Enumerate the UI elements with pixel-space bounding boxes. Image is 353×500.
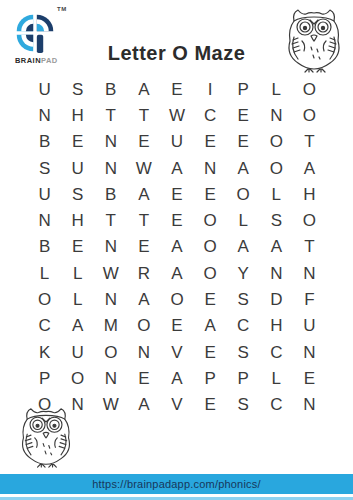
grid-cell[interactable]: A bbox=[260, 234, 293, 260]
grid-cell[interactable]: Y bbox=[227, 260, 260, 286]
grid-cell[interactable]: L bbox=[28, 260, 61, 286]
grid-cell[interactable]: E bbox=[127, 234, 160, 260]
grid-cell[interactable]: E bbox=[127, 365, 160, 391]
grid-cell[interactable]: T bbox=[127, 208, 160, 234]
grid-cell[interactable]: U bbox=[61, 339, 94, 365]
grid-cell[interactable]: W bbox=[94, 260, 127, 286]
grid-cell[interactable]: A bbox=[227, 234, 260, 260]
grid-cell[interactable]: O bbox=[194, 260, 227, 286]
grid-cell[interactable]: N bbox=[260, 260, 293, 286]
grid-cell[interactable]: N bbox=[94, 155, 127, 181]
grid-cell[interactable]: N bbox=[293, 339, 326, 365]
trademark-label: TM bbox=[57, 6, 67, 12]
grid-cell[interactable]: T bbox=[94, 208, 127, 234]
grid-cell[interactable]: E bbox=[194, 181, 227, 207]
grid-cell[interactable]: A bbox=[127, 76, 160, 102]
grid-cell[interactable]: A bbox=[293, 155, 326, 181]
grid-cell[interactable]: T bbox=[293, 234, 326, 260]
grid-cell[interactable]: L bbox=[227, 208, 260, 234]
grid-cell[interactable]: C bbox=[227, 313, 260, 339]
grid-cell[interactable]: H bbox=[260, 313, 293, 339]
grid-cell[interactable]: W bbox=[160, 102, 193, 128]
grid-cell[interactable]: E bbox=[194, 129, 227, 155]
grid-cell[interactable]: M bbox=[94, 313, 127, 339]
grid-cell[interactable]: F bbox=[293, 286, 326, 312]
grid-cell[interactable]: D bbox=[260, 286, 293, 312]
grid-cell[interactable]: E bbox=[227, 129, 260, 155]
grid-cell[interactable]: O bbox=[260, 155, 293, 181]
grid-cell[interactable]: T bbox=[94, 102, 127, 128]
grid-cell[interactable]: A bbox=[194, 313, 227, 339]
grid-cell[interactable]: U bbox=[28, 76, 61, 102]
grid-cell[interactable]: P bbox=[28, 365, 61, 391]
grid-cell[interactable]: L bbox=[61, 260, 94, 286]
grid-cell[interactable]: V bbox=[160, 392, 193, 418]
grid-cell[interactable]: A bbox=[127, 181, 160, 207]
grid-cell[interactable]: A bbox=[160, 155, 193, 181]
grid-cell[interactable]: N bbox=[127, 339, 160, 365]
grid-cell[interactable]: S bbox=[227, 392, 260, 418]
grid-cell[interactable]: O bbox=[127, 313, 160, 339]
grid-cell[interactable]: C bbox=[260, 339, 293, 365]
grid-cell[interactable]: O bbox=[61, 365, 94, 391]
grid-cell[interactable]: C bbox=[28, 313, 61, 339]
grid-cell[interactable]: E bbox=[194, 286, 227, 312]
grid-cell[interactable]: L bbox=[260, 76, 293, 102]
grid-cell[interactable]: E bbox=[61, 129, 94, 155]
grid-cell[interactable]: L bbox=[260, 365, 293, 391]
grid-cell[interactable]: N bbox=[94, 234, 127, 260]
grid-cell[interactable]: A bbox=[127, 286, 160, 312]
grid-cell[interactable]: O bbox=[194, 234, 227, 260]
grid-cell[interactable]: U bbox=[61, 155, 94, 181]
grid-cell[interactable]: N bbox=[94, 129, 127, 155]
grid-cell[interactable]: T bbox=[127, 102, 160, 128]
grid-cell[interactable]: E bbox=[160, 313, 193, 339]
grid-cell[interactable]: V bbox=[160, 339, 193, 365]
footer-bar: https://brainpadapp.com/phonics/ bbox=[0, 474, 353, 494]
grid-cell[interactable]: O bbox=[293, 208, 326, 234]
grid-cell[interactable]: B bbox=[94, 181, 127, 207]
grid-cell[interactable]: U bbox=[293, 313, 326, 339]
grid-cell[interactable]: S bbox=[61, 181, 94, 207]
grid-cell[interactable]: A bbox=[160, 260, 193, 286]
grid-cell[interactable]: O bbox=[28, 286, 61, 312]
grid-cell[interactable]: E bbox=[293, 365, 326, 391]
grid-cell[interactable]: S bbox=[260, 208, 293, 234]
grid-cell[interactable]: N bbox=[94, 365, 127, 391]
grid-cell[interactable]: S bbox=[61, 76, 94, 102]
grid-cell[interactable]: L bbox=[260, 181, 293, 207]
grid-cell[interactable]: A bbox=[160, 365, 193, 391]
grid-cell[interactable]: O bbox=[293, 102, 326, 128]
grid-cell[interactable]: A bbox=[61, 313, 94, 339]
grid-cell[interactable]: O bbox=[160, 286, 193, 312]
grid-cell[interactable]: N bbox=[260, 102, 293, 128]
grid-cell[interactable]: A bbox=[227, 155, 260, 181]
grid-cell[interactable]: L bbox=[61, 286, 94, 312]
grid-cell[interactable]: U bbox=[160, 129, 193, 155]
grid-cell[interactable]: C bbox=[260, 392, 293, 418]
grid-cell[interactable]: O bbox=[227, 181, 260, 207]
grid-cell[interactable]: I bbox=[194, 76, 227, 102]
grid-cell[interactable]: H bbox=[293, 181, 326, 207]
grid-cell[interactable]: H bbox=[61, 208, 94, 234]
grid-cell[interactable]: N bbox=[94, 286, 127, 312]
grid-cell[interactable]: P bbox=[227, 76, 260, 102]
grid-cell[interactable]: N bbox=[194, 155, 227, 181]
grid-cell[interactable]: E bbox=[160, 181, 193, 207]
page-title: Letter O Maze bbox=[0, 42, 353, 65]
grid-cell[interactable]: E bbox=[160, 76, 193, 102]
grid-cell[interactable]: O bbox=[194, 208, 227, 234]
grid-cell[interactable]: O bbox=[260, 129, 293, 155]
grid-cell[interactable]: N bbox=[293, 392, 326, 418]
worksheet-page: TM BRAINPAD Letter O Maze USBAEIPLO bbox=[0, 0, 353, 500]
grid-cell[interactable]: E bbox=[61, 234, 94, 260]
grid-cell[interactable]: T bbox=[293, 129, 326, 155]
grid-cell[interactable]: P bbox=[194, 365, 227, 391]
grid-cell[interactable]: B bbox=[28, 129, 61, 155]
grid-cell[interactable]: B bbox=[28, 234, 61, 260]
footer-url-link[interactable]: https://brainpadapp.com/phonics/ bbox=[92, 478, 260, 490]
grid-cell[interactable]: S bbox=[227, 286, 260, 312]
letter-grid: USBAEIPLONHTTWCENOBENEUEEOTSUNWANAOAUSBA… bbox=[28, 76, 326, 418]
grid-cell[interactable]: A bbox=[160, 234, 193, 260]
grid-cell[interactable]: H bbox=[61, 102, 94, 128]
grid-cell[interactable]: O bbox=[94, 339, 127, 365]
grid-cell[interactable]: N bbox=[293, 260, 326, 286]
grid-cell[interactable]: B bbox=[94, 76, 127, 102]
grid-cell[interactable]: N bbox=[28, 208, 61, 234]
grid-cell[interactable]: W bbox=[127, 155, 160, 181]
grid-cell[interactable]: O bbox=[293, 76, 326, 102]
grid-cell[interactable]: N bbox=[28, 102, 61, 128]
grid-cell[interactable]: E bbox=[194, 339, 227, 365]
grid-cell[interactable]: S bbox=[28, 155, 61, 181]
grid-cell[interactable]: E bbox=[127, 129, 160, 155]
grid-cell[interactable]: E bbox=[194, 392, 227, 418]
grid-cell[interactable]: U bbox=[28, 181, 61, 207]
grid-cell[interactable]: E bbox=[227, 102, 260, 128]
grid-cell[interactable]: C bbox=[194, 102, 227, 128]
owl-icon bbox=[17, 406, 75, 468]
grid-cell[interactable]: S bbox=[227, 339, 260, 365]
grid-cell[interactable]: K bbox=[28, 339, 61, 365]
grid-cell[interactable]: W bbox=[94, 392, 127, 418]
grid-cell[interactable]: P bbox=[227, 365, 260, 391]
grid-cell[interactable]: A bbox=[127, 392, 160, 418]
grid-cell[interactable]: E bbox=[160, 208, 193, 234]
grid-cell[interactable]: R bbox=[127, 260, 160, 286]
